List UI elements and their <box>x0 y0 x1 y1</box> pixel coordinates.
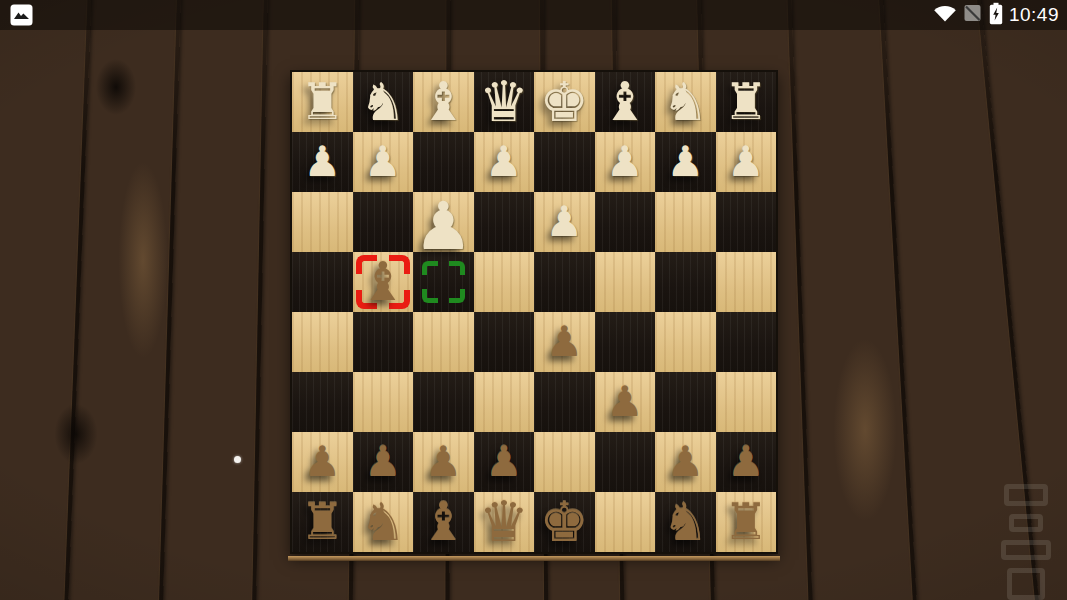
square-e1[interactable]: ♚ <box>534 72 595 132</box>
square-f7[interactable] <box>595 432 656 492</box>
plank-seam <box>64 0 93 600</box>
board-edge <box>288 556 780 561</box>
status-bar: 10:49 <box>0 0 1067 30</box>
square-b5[interactable] <box>353 312 414 372</box>
wood-knot <box>46 392 106 476</box>
watermark <box>997 476 1055 600</box>
white-pawn: ♟ <box>534 192 595 252</box>
square-f2[interactable]: ♟ <box>595 132 656 192</box>
white-pawn: ♟ <box>474 132 535 192</box>
white-knight: ♞ <box>353 72 414 132</box>
square-f4[interactable] <box>595 252 656 312</box>
black-bishop: ♝ <box>413 492 474 552</box>
black-rook: ♜ <box>292 492 353 552</box>
white-pawn: ♟ <box>413 198 474 256</box>
white-bishop: ♝ <box>413 72 474 132</box>
square-a3[interactable] <box>292 192 353 252</box>
square-a5[interactable] <box>292 312 353 372</box>
black-pawn: ♟ <box>655 432 716 492</box>
square-e4[interactable] <box>534 252 595 312</box>
square-e5[interactable]: ♟ <box>534 312 595 372</box>
wood-streak <box>108 120 178 400</box>
clock: 10:49 <box>1009 4 1059 26</box>
black-pawn: ♟ <box>534 312 595 372</box>
square-c7[interactable]: ♟ <box>413 432 474 492</box>
square-c3[interactable]: ♟ <box>413 192 474 252</box>
plank-seam <box>787 0 813 600</box>
screen: 10:49 ♜♞♝♛♚♝♞♜♟♟♟♟♟♟♟♟♝♟♟♟♟♟♟♟♟♜♞♝♛♚♞♜ <box>0 0 1067 600</box>
square-d4[interactable] <box>474 252 535 312</box>
wifi-icon <box>933 3 957 27</box>
black-pawn: ♟ <box>292 432 353 492</box>
black-knight: ♞ <box>655 492 716 552</box>
square-c6[interactable] <box>413 372 474 432</box>
square-g2[interactable]: ♟ <box>655 132 716 192</box>
square-h3[interactable] <box>716 192 777 252</box>
plank-seam <box>159 0 182 600</box>
white-bishop: ♝ <box>595 72 656 132</box>
white-rook: ♜ <box>292 72 353 132</box>
square-g5[interactable] <box>655 312 716 372</box>
square-b2[interactable]: ♟ <box>353 132 414 192</box>
black-pawn: ♟ <box>353 432 414 492</box>
black-pawn: ♟ <box>595 372 656 432</box>
black-queen: ♛ <box>474 492 535 552</box>
black-king: ♚ <box>534 492 595 552</box>
square-c2[interactable] <box>413 132 474 192</box>
chess-board[interactable]: ♜♞♝♛♚♝♞♜♟♟♟♟♟♟♟♟♝♟♟♟♟♟♟♟♟♜♞♝♛♚♞♜ <box>290 70 778 554</box>
no-sim-icon <box>963 3 983 27</box>
square-g6[interactable] <box>655 372 716 432</box>
square-h5[interactable] <box>716 312 777 372</box>
square-d1[interactable]: ♛ <box>474 72 535 132</box>
square-f6[interactable]: ♟ <box>595 372 656 432</box>
square-d7[interactable]: ♟ <box>474 432 535 492</box>
white-rook: ♜ <box>716 72 777 132</box>
square-b8[interactable]: ♞ <box>353 492 414 552</box>
square-f5[interactable] <box>595 312 656 372</box>
square-a1[interactable]: ♜ <box>292 72 353 132</box>
square-f3[interactable] <box>595 192 656 252</box>
square-a7[interactable]: ♟ <box>292 432 353 492</box>
square-e3[interactable]: ♟ <box>534 192 595 252</box>
square-e2[interactable] <box>534 132 595 192</box>
square-d8[interactable]: ♛ <box>474 492 535 552</box>
square-h8[interactable]: ♜ <box>716 492 777 552</box>
white-knight: ♞ <box>655 72 716 132</box>
square-g8[interactable]: ♞ <box>655 492 716 552</box>
square-c1[interactable]: ♝ <box>413 72 474 132</box>
square-h7[interactable]: ♟ <box>716 432 777 492</box>
square-a6[interactable] <box>292 372 353 432</box>
square-h1[interactable]: ♜ <box>716 72 777 132</box>
wood-knot <box>88 48 144 126</box>
square-a4[interactable] <box>292 252 353 312</box>
black-knight: ♞ <box>353 492 414 552</box>
gallery-icon <box>10 4 33 30</box>
wood-streak <box>820 300 910 560</box>
square-b6[interactable] <box>353 372 414 432</box>
square-f8[interactable] <box>595 492 656 552</box>
white-pawn: ♟ <box>292 132 353 192</box>
square-c8[interactable]: ♝ <box>413 492 474 552</box>
square-b1[interactable]: ♞ <box>353 72 414 132</box>
black-bishop: ♝ <box>353 252 414 312</box>
square-h4[interactable] <box>716 252 777 312</box>
square-d2[interactable]: ♟ <box>474 132 535 192</box>
square-a2[interactable]: ♟ <box>292 132 353 192</box>
square-h6[interactable] <box>716 372 777 432</box>
square-h2[interactable]: ♟ <box>716 132 777 192</box>
move-highlight <box>422 261 465 303</box>
white-pawn: ♟ <box>716 132 777 192</box>
square-d3[interactable] <box>474 192 535 252</box>
black-pawn: ♟ <box>716 432 777 492</box>
square-f1[interactable]: ♝ <box>595 72 656 132</box>
white-king: ♚ <box>534 72 595 132</box>
white-queen: ♛ <box>474 72 535 132</box>
square-e8[interactable]: ♚ <box>534 492 595 552</box>
white-pawn: ♟ <box>353 132 414 192</box>
black-rook: ♜ <box>716 492 777 552</box>
square-a8[interactable]: ♜ <box>292 492 353 552</box>
square-b7[interactable]: ♟ <box>353 432 414 492</box>
square-d6[interactable] <box>474 372 535 432</box>
square-b3[interactable] <box>353 192 414 252</box>
white-pawn: ♟ <box>595 132 656 192</box>
touch-indicator-dot <box>234 456 241 463</box>
plank-seam <box>252 0 268 600</box>
chess-board-area: ♜♞♝♛♚♝♞♜♟♟♟♟♟♟♟♟♝♟♟♟♟♟♟♟♟♜♞♝♛♚♞♜ <box>290 70 778 554</box>
square-e7[interactable] <box>534 432 595 492</box>
square-g4[interactable] <box>655 252 716 312</box>
square-c5[interactable] <box>413 312 474 372</box>
square-g1[interactable]: ♞ <box>655 72 716 132</box>
black-pawn: ♟ <box>474 432 535 492</box>
square-g3[interactable] <box>655 192 716 252</box>
square-b4[interactable]: ♝ <box>353 252 414 312</box>
white-pawn: ♟ <box>655 132 716 192</box>
battery-charging-icon <box>989 2 1003 29</box>
square-d5[interactable] <box>474 312 535 372</box>
square-e6[interactable] <box>534 372 595 432</box>
plank-seam <box>878 0 918 600</box>
square-g7[interactable]: ♟ <box>655 432 716 492</box>
black-pawn: ♟ <box>413 432 474 492</box>
